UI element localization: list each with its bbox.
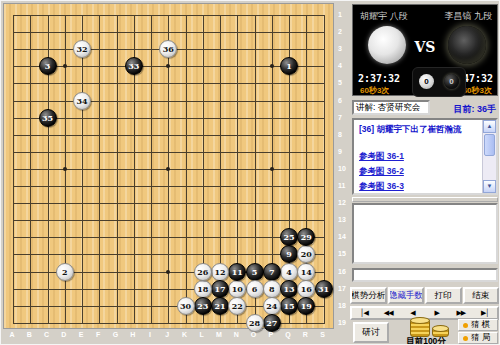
coins-icon [410,319,430,337]
row-label-17: 17 [338,284,346,291]
column-label-B: B [27,331,32,338]
guess-game-label: 猜 局 [471,332,490,344]
row-label-14: 14 [338,233,346,240]
reference-diagram-link-2[interactable]: 参考图 36-2 [359,166,404,178]
panel-splitter[interactable] [352,197,498,202]
stone-18: 18 [194,280,212,298]
guess-move-label: 猜 棋 [471,319,490,331]
grid-line [13,220,325,221]
captures-panel: 0 0 [412,67,466,97]
go-board[interactable]: 1234567891011121314151617181920212223242… [3,3,334,329]
stone-8: 8 [263,280,281,298]
star-point [270,167,274,171]
row-label-19: 19 [338,318,346,325]
column-label-F: F [96,331,100,338]
grid-line [13,186,325,187]
research-button[interactable]: 研讨 [353,322,389,343]
stone-4: 4 [280,263,298,281]
first-move-icon[interactable]: │◀ [352,308,376,318]
stone-2: 2 [56,263,74,281]
commentary-scrollbar[interactable]: ▲ ▼ [482,120,496,193]
column-label-A: A [9,331,14,338]
stone-10: 10 [228,280,246,298]
stone-34: 34 [73,92,91,110]
column-label-E: E [79,331,84,338]
column-label-R: R [303,331,308,338]
row-label-11: 11 [338,182,345,189]
guess-game-button[interactable]: 猜 局 [458,332,498,344]
column-label-G: G [113,331,118,338]
row-label-13: 13 [338,216,346,223]
stone-27: 27 [263,314,281,332]
stone-33: 33 [125,57,143,75]
column-label-S: S [320,331,325,338]
star-point [166,270,170,274]
stone-19: 19 [297,297,315,315]
stone-21: 21 [211,297,229,315]
board-column-labels: ABCDEFGHIJKLMNOPQRS [3,331,334,343]
row-label-3: 3 [338,45,342,52]
scrollbar-thumb[interactable] [484,134,495,156]
row-label-1: 1 [338,11,342,18]
column-label-P: P [268,331,273,338]
stone-23: 23 [194,297,212,315]
star-point [270,64,274,68]
go-review-window: 1234567891011121314151617181920212223242… [0,0,500,345]
hide-move-numbers-button[interactable]: 隐藏手数 [388,287,425,304]
orange-dot-icon [463,323,468,328]
star-point [166,167,170,171]
stone-30: 30 [177,297,195,315]
fast-back-icon[interactable]: ◀◀ [376,308,400,318]
points-label: 目前100分 [396,336,456,345]
star-point [63,64,67,68]
reference-diagram-link-3[interactable]: 参考图 36-3 [359,181,404,193]
position-analysis-button[interactable]: 棋势分析 [350,287,387,304]
row-label-5: 5 [338,79,342,86]
stone-7: 7 [263,263,281,281]
grid-line [13,203,325,204]
stone-20: 20 [297,245,315,263]
stone-15: 15 [280,297,298,315]
row-label-12: 12 [338,199,346,206]
stone-28: 28 [246,314,264,332]
stone-13: 13 [280,280,298,298]
chat-input[interactable] [352,268,498,282]
column-label-D: D [61,331,66,338]
column-label-K: K [182,331,187,338]
column-label-O: O [251,331,256,338]
end-button[interactable]: 结束 [463,287,500,304]
stone-14: 14 [297,263,315,281]
row-label-8: 8 [338,130,342,137]
stone-11: 11 [228,263,246,281]
white-clock: 2:37:32 [358,73,400,84]
stone-1: 1 [280,57,298,75]
fast-forward-icon[interactable]: ▶▶ [449,308,473,318]
row-label-16: 16 [338,267,346,274]
players-panel: 胡耀宇 八段 李昌镐 九段 VS 2:37:32 2:47:32 60秒3次 6… [352,4,498,96]
stone-17: 17 [211,280,229,298]
column-label-C: C [44,331,49,338]
right-panel: 胡耀宇 八段 李昌镐 九段 VS 2:37:32 2:47:32 60秒3次 6… [350,1,499,345]
black-captures-count: 0 [444,74,459,89]
lecturer-row: 讲解: 杏贤研究会 目前: 36手 [352,100,498,116]
reference-diagram-link-1[interactable]: 参考图 36-1 [359,151,404,163]
stone-36: 36 [159,40,177,58]
stone-29: 29 [297,228,315,246]
toolbar: 棋势分析 隐藏手数 打印 结束 [350,287,499,304]
current-move-label: 目前: 36手 [453,103,496,116]
scroll-up-icon[interactable]: ▲ [483,120,496,133]
row-label-4: 4 [338,62,342,69]
board-row-labels: 12345678910111213141516171819 [335,3,349,329]
chat-message-area[interactable] [352,203,498,264]
column-label-H: H [130,331,135,338]
commentary-listbox[interactable]: [36] 胡耀宇下出了崔哲瀚流 参考图 36-1 参考图 36-2 参考图 36… [352,118,498,195]
stone-5: 5 [246,263,264,281]
commentary-text: [36] 胡耀宇下出了崔哲瀚流 [359,124,461,136]
column-label-L: L [200,331,204,338]
row-label-15: 15 [338,250,346,257]
stone-25: 25 [280,228,298,246]
row-label-2: 2 [338,28,342,35]
row-label-7: 7 [338,113,342,120]
row-label-10: 10 [338,164,346,171]
grid-line [324,15,325,324]
stone-16: 16 [297,280,315,298]
stone-22: 22 [228,297,246,315]
white-byoyomi: 60秒3次 [360,85,389,96]
next-move-icon[interactable]: ▶ [425,308,449,318]
stone-12: 12 [211,263,229,281]
stone-31: 31 [315,280,333,298]
stone-35: 35 [39,109,57,127]
white-player-name: 胡耀宇 八段 [360,10,408,23]
last-move-icon[interactable]: ▶│ [473,308,497,318]
lecturer-field[interactable]: 讲解: 杏贤研究会 [352,100,430,115]
stone-3: 3 [39,57,57,75]
column-label-Q: Q [285,331,290,338]
column-label-I: I [149,331,151,338]
grid-line [13,254,325,255]
grid-line [13,237,325,238]
stone-26: 26 [194,263,212,281]
stone-6: 6 [246,280,264,298]
scroll-down-icon[interactable]: ▼ [483,180,496,193]
star-point [63,167,67,171]
black-byoyomi: 60秒3次 [463,85,492,96]
guess-move-button[interactable]: 猜 棋 [458,319,498,331]
column-label-J: J [165,331,169,338]
stone-32: 32 [73,40,91,58]
row-label-9: 9 [338,147,342,154]
column-label-M: M [216,331,222,338]
row-label-6: 6 [338,96,342,103]
vs-label: VS [353,39,497,55]
orange-dot-icon [463,336,468,341]
print-button[interactable]: 打印 [425,287,462,304]
star-point [166,64,170,68]
white-captures-count: 0 [419,74,434,89]
stone-9: 9 [280,245,298,263]
grid-line [186,15,187,324]
row-label-18: 18 [338,301,346,308]
stone-24: 24 [263,297,281,315]
column-label-N: N [234,331,239,338]
black-player-name: 李昌镐 九段 [444,10,492,23]
